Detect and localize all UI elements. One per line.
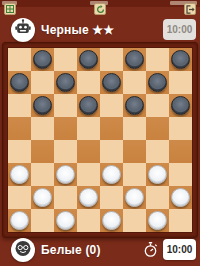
board-cell[interactable] <box>146 71 169 94</box>
board-cell[interactable] <box>54 117 77 140</box>
board-cell[interactable] <box>8 94 31 117</box>
board-cell[interactable] <box>123 94 146 117</box>
board-cell[interactable] <box>146 209 169 232</box>
board-cell[interactable] <box>169 117 192 140</box>
board-cell[interactable] <box>77 163 100 186</box>
board-cell[interactable] <box>8 140 31 163</box>
board-frame <box>2 42 198 238</box>
piece-white[interactable] <box>102 165 121 184</box>
board-cell[interactable] <box>31 94 54 117</box>
board-cell[interactable] <box>100 117 123 140</box>
checkers-board <box>7 47 193 233</box>
board-cell[interactable] <box>169 140 192 163</box>
board-cell[interactable] <box>123 140 146 163</box>
board-cell[interactable] <box>77 117 100 140</box>
board-cell[interactable] <box>54 71 77 94</box>
board-cell[interactable] <box>77 71 100 94</box>
piece-white[interactable] <box>56 165 75 184</box>
piece-black[interactable] <box>148 73 167 92</box>
piece-white[interactable] <box>56 211 75 230</box>
white-player-name: Белые (0) <box>41 237 101 263</box>
board-cell[interactable] <box>169 209 192 232</box>
board-cell[interactable] <box>146 140 169 163</box>
board-cell[interactable] <box>54 94 77 117</box>
piece-black[interactable] <box>33 50 52 69</box>
player-bar-white: Белые (0) 10:00 <box>0 237 200 263</box>
board-cell[interactable] <box>31 163 54 186</box>
piece-black[interactable] <box>33 96 52 115</box>
black-player-name: Черные ★★ <box>41 17 114 43</box>
board-cell[interactable] <box>54 209 77 232</box>
board-cell[interactable] <box>8 186 31 209</box>
board-cell[interactable] <box>169 48 192 71</box>
board-cell[interactable] <box>169 94 192 117</box>
board-cell[interactable] <box>123 117 146 140</box>
board-cell[interactable] <box>77 186 100 209</box>
piece-black[interactable] <box>171 50 190 69</box>
board-cell[interactable] <box>54 140 77 163</box>
board-cell[interactable] <box>123 71 146 94</box>
restart-icon <box>96 5 105 14</box>
piece-black[interactable] <box>171 96 190 115</box>
robot-icon <box>13 18 33 42</box>
board-cell[interactable] <box>8 117 31 140</box>
board-cell[interactable] <box>169 186 192 209</box>
piece-white[interactable] <box>33 188 52 207</box>
menu-button[interactable] <box>4 3 16 15</box>
piece-black[interactable] <box>79 96 98 115</box>
stopwatch-icon <box>143 241 158 258</box>
board-cell[interactable] <box>77 94 100 117</box>
board-cell[interactable] <box>123 48 146 71</box>
board-cell[interactable] <box>100 48 123 71</box>
player-bar-black: Черные ★★ 10:00 <box>0 17 200 43</box>
piece-black[interactable] <box>125 50 144 69</box>
piece-black[interactable] <box>56 73 75 92</box>
board-cell[interactable] <box>8 48 31 71</box>
board-cell[interactable] <box>100 71 123 94</box>
board-cell[interactable] <box>123 209 146 232</box>
board-cell[interactable] <box>31 48 54 71</box>
piece-white[interactable] <box>79 188 98 207</box>
board-cell[interactable] <box>77 48 100 71</box>
board-menu-icon <box>6 5 14 13</box>
board-cell[interactable] <box>77 140 100 163</box>
board-cell[interactable] <box>100 140 123 163</box>
board-cell[interactable] <box>54 186 77 209</box>
piece-white[interactable] <box>148 165 167 184</box>
board-cell[interactable] <box>100 186 123 209</box>
piece-black[interactable] <box>10 73 29 92</box>
piece-white[interactable] <box>102 211 121 230</box>
board-cell[interactable] <box>100 209 123 232</box>
board-cell[interactable] <box>54 48 77 71</box>
board-cell[interactable] <box>169 163 192 186</box>
piece-white[interactable] <box>10 165 29 184</box>
board-cell[interactable] <box>146 186 169 209</box>
exit-button[interactable] <box>184 3 196 15</box>
board-cell[interactable] <box>31 209 54 232</box>
board-cell[interactable] <box>169 71 192 94</box>
board-cell[interactable] <box>54 163 77 186</box>
restart-button[interactable] <box>94 3 106 15</box>
board-cell[interactable] <box>123 163 146 186</box>
piece-white[interactable] <box>148 211 167 230</box>
board-cell[interactable] <box>146 117 169 140</box>
board-cell[interactable] <box>8 209 31 232</box>
piece-white[interactable] <box>10 211 29 230</box>
white-timer: 10:00 <box>163 239 196 260</box>
piece-black[interactable] <box>102 73 121 92</box>
piece-black[interactable] <box>79 50 98 69</box>
white-player-avatar <box>11 238 35 262</box>
board-cell[interactable] <box>31 71 54 94</box>
board-cell[interactable] <box>8 163 31 186</box>
board-cell[interactable] <box>146 163 169 186</box>
board-cell[interactable] <box>146 48 169 71</box>
piece-white[interactable] <box>171 188 190 207</box>
board-cell[interactable] <box>146 94 169 117</box>
board-cell[interactable] <box>123 186 146 209</box>
board-cell[interactable] <box>100 94 123 117</box>
exit-door-icon <box>186 5 195 14</box>
board-cell[interactable] <box>31 117 54 140</box>
board-cell[interactable] <box>100 163 123 186</box>
piece-white[interactable] <box>125 188 144 207</box>
board-cell[interactable] <box>31 186 54 209</box>
black-player-avatar <box>11 18 35 42</box>
black-timer: 10:00 <box>163 19 196 40</box>
board-cell[interactable] <box>77 209 100 232</box>
board-cell[interactable] <box>31 140 54 163</box>
piece-black[interactable] <box>125 96 144 115</box>
board-cell[interactable] <box>8 71 31 94</box>
face-with-glasses-icon <box>13 238 33 262</box>
